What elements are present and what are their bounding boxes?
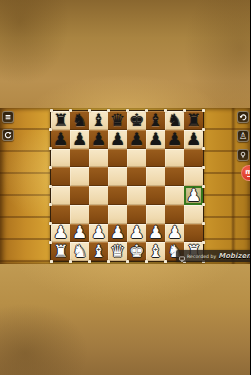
square-g4[interactable] bbox=[165, 186, 184, 205]
black-pawn-g7: ♟ bbox=[167, 130, 182, 147]
square-d3[interactable] bbox=[108, 205, 127, 224]
white-pawn-a2: ♟ bbox=[53, 224, 68, 241]
square-e4[interactable] bbox=[127, 186, 146, 205]
black-pawn-h7: ♟ bbox=[186, 130, 201, 147]
menu-icon bbox=[4, 113, 12, 121]
square-f7[interactable]: ♟ bbox=[146, 130, 165, 149]
board-edge-dot bbox=[202, 147, 205, 150]
letterbox-blur-bottom bbox=[0, 264, 250, 375]
white-queen-d1: ♛ bbox=[110, 243, 125, 260]
square-e2[interactable]: ♟ bbox=[127, 224, 146, 243]
recorder-badge-underline bbox=[247, 176, 251, 177]
board-edge-dot bbox=[126, 109, 129, 112]
undo-button[interactable] bbox=[237, 111, 249, 123]
square-f6[interactable] bbox=[146, 149, 165, 168]
board-edge-dot bbox=[49, 241, 52, 244]
white-pawn-b2: ♟ bbox=[72, 224, 87, 241]
square-a7[interactable]: ♟ bbox=[51, 130, 70, 149]
square-d2[interactable]: ♟ bbox=[108, 224, 127, 243]
square-e3[interactable] bbox=[127, 205, 146, 224]
black-rook-a8: ♜ bbox=[53, 111, 68, 128]
board-edge-dot bbox=[145, 109, 148, 112]
letterbox-blur-top bbox=[0, 0, 250, 108]
board-edge-dot bbox=[49, 166, 52, 169]
square-d7[interactable]: ♟ bbox=[108, 130, 127, 149]
white-pawn-f2: ♟ bbox=[148, 224, 163, 241]
white-pawn-c2: ♟ bbox=[91, 224, 106, 241]
pawn-icon: ♙ bbox=[239, 131, 247, 140]
square-b4[interactable] bbox=[70, 186, 89, 205]
board-edge-dot bbox=[145, 260, 148, 263]
square-c6[interactable] bbox=[89, 149, 108, 168]
square-f3[interactable] bbox=[146, 205, 165, 224]
board-edge-dot bbox=[50, 260, 53, 263]
square-a2[interactable]: ♟ bbox=[51, 224, 70, 243]
hint-button[interactable] bbox=[237, 149, 249, 161]
board-edge-dot bbox=[126, 260, 129, 263]
square-b1[interactable]: ♞ bbox=[70, 242, 89, 261]
square-d5[interactable] bbox=[108, 167, 127, 186]
square-a6[interactable] bbox=[51, 149, 70, 168]
square-d8[interactable]: ♛ bbox=[108, 111, 127, 130]
square-h3[interactable] bbox=[184, 205, 203, 224]
menu-button[interactable] bbox=[2, 111, 14, 123]
watermark-logo-text: Mobizen bbox=[218, 253, 250, 260]
black-bishop-f8: ♝ bbox=[148, 111, 163, 128]
square-h5[interactable] bbox=[184, 167, 203, 186]
board-edge-dot bbox=[49, 185, 52, 188]
square-e1[interactable]: ♚ bbox=[127, 242, 146, 261]
undo-icon bbox=[239, 113, 247, 121]
board-edge-dot bbox=[50, 109, 53, 112]
square-e5[interactable] bbox=[127, 167, 146, 186]
square-b2[interactable]: ♟ bbox=[70, 224, 89, 243]
square-a5[interactable] bbox=[51, 167, 70, 186]
square-h2[interactable] bbox=[184, 224, 203, 243]
square-c7[interactable]: ♟ bbox=[89, 130, 108, 149]
square-b3[interactable] bbox=[70, 205, 89, 224]
square-a1[interactable]: ♜ bbox=[51, 242, 70, 261]
square-f1[interactable]: ♝ bbox=[146, 242, 165, 261]
square-g3[interactable] bbox=[165, 205, 184, 224]
white-bishop-c1: ♝ bbox=[91, 243, 106, 260]
white-knight-b1: ♞ bbox=[72, 243, 87, 260]
white-rook-a1: ♜ bbox=[53, 243, 68, 260]
restart-button[interactable] bbox=[2, 129, 14, 141]
white-pawn-g2: ♟ bbox=[167, 224, 182, 241]
watermark-prefix-text: Recorded by bbox=[187, 254, 216, 259]
piece-set-button[interactable]: ♙ bbox=[237, 130, 249, 142]
square-c5[interactable] bbox=[89, 167, 108, 186]
square-g2[interactable]: ♟ bbox=[165, 224, 184, 243]
square-g5[interactable] bbox=[165, 167, 184, 186]
square-b6[interactable] bbox=[70, 149, 89, 168]
chess-app-screenshot: ♜♞♝♛♚♝♞♜♟♟♟♟♟♟♟♟♟♟♟♟♟♟♟♟♜♞♝♛♚♝♞♜ bbox=[0, 0, 250, 375]
black-king-e8: ♚ bbox=[129, 111, 144, 128]
square-c2[interactable]: ♟ bbox=[89, 224, 108, 243]
board-edge-dot bbox=[183, 109, 186, 112]
black-pawn-e7: ♟ bbox=[129, 130, 144, 147]
square-a3[interactable] bbox=[51, 205, 70, 224]
white-pawn-e2: ♟ bbox=[129, 224, 144, 241]
board-edge-dot bbox=[88, 260, 91, 263]
square-d6[interactable] bbox=[108, 149, 127, 168]
board-edge-dot bbox=[202, 203, 205, 206]
screen-recorder-icon bbox=[179, 247, 185, 265]
white-pawn-h4: ♟ bbox=[186, 186, 201, 203]
black-pawn-f7: ♟ bbox=[148, 130, 163, 147]
white-bishop-f1: ♝ bbox=[148, 243, 163, 260]
board-edge-dot bbox=[49, 222, 52, 225]
square-h4[interactable]: ♟ bbox=[184, 186, 203, 205]
board-edge-dot bbox=[164, 260, 167, 263]
square-e7[interactable]: ♟ bbox=[127, 130, 146, 149]
square-g6[interactable] bbox=[165, 149, 184, 168]
square-b5[interactable] bbox=[70, 167, 89, 186]
square-e8[interactable]: ♚ bbox=[127, 111, 146, 130]
square-f8[interactable]: ♝ bbox=[146, 111, 165, 130]
board-edge-dot bbox=[202, 166, 205, 169]
recorder-badge-letter: m bbox=[245, 169, 250, 176]
black-pawn-c7: ♟ bbox=[91, 130, 106, 147]
square-c4[interactable] bbox=[89, 186, 108, 205]
black-rook-h8: ♜ bbox=[186, 111, 201, 128]
recorder-watermark: Recorded by Mobizen bbox=[176, 250, 250, 262]
square-c1[interactable]: ♝ bbox=[89, 242, 108, 261]
black-pawn-a7: ♟ bbox=[53, 130, 68, 147]
black-knight-b8: ♞ bbox=[72, 111, 87, 128]
board-edge-dot bbox=[49, 147, 52, 150]
right-toolbar: ♙ bbox=[237, 111, 249, 161]
black-queen-d8: ♛ bbox=[110, 111, 125, 128]
lightbulb-icon bbox=[239, 151, 247, 159]
board-edge-dot bbox=[202, 109, 205, 112]
square-b8[interactable]: ♞ bbox=[70, 111, 89, 130]
square-f5[interactable] bbox=[146, 167, 165, 186]
square-d1[interactable]: ♛ bbox=[108, 242, 127, 261]
board-edge-dot bbox=[69, 109, 72, 112]
square-h6[interactable] bbox=[184, 149, 203, 168]
board-edge-dot bbox=[49, 128, 52, 131]
square-c3[interactable] bbox=[89, 205, 108, 224]
square-h7[interactable]: ♟ bbox=[184, 130, 203, 149]
square-h8[interactable]: ♜ bbox=[184, 111, 203, 130]
square-c8[interactable]: ♝ bbox=[89, 111, 108, 130]
square-d4[interactable] bbox=[108, 186, 127, 205]
square-a8[interactable]: ♜ bbox=[51, 111, 70, 130]
recorder-floating-badge[interactable]: m bbox=[241, 165, 250, 181]
board-edge-dot bbox=[202, 222, 205, 225]
board-edge-dot bbox=[69, 260, 72, 263]
square-a4[interactable] bbox=[51, 186, 70, 205]
square-f2[interactable]: ♟ bbox=[146, 224, 165, 243]
board-edge-dot bbox=[107, 260, 110, 263]
black-pawn-d7: ♟ bbox=[110, 130, 125, 147]
board-edge-dot bbox=[107, 109, 110, 112]
black-bishop-c8: ♝ bbox=[91, 111, 106, 128]
board-edge-dot bbox=[202, 241, 205, 244]
board-edge-dot bbox=[49, 203, 52, 206]
board-edge-dot bbox=[202, 128, 205, 131]
square-g7[interactable]: ♟ bbox=[165, 130, 184, 149]
board-edge-dot bbox=[88, 109, 91, 112]
game-stage: ♜♞♝♛♚♝♞♜♟♟♟♟♟♟♟♟♟♟♟♟♟♟♟♟♜♞♝♛♚♝♞♜ bbox=[0, 108, 250, 264]
black-knight-g8: ♞ bbox=[167, 111, 182, 128]
board-edge-dot bbox=[164, 109, 167, 112]
square-f4[interactable] bbox=[146, 186, 165, 205]
square-g8[interactable]: ♞ bbox=[165, 111, 184, 130]
chess-board[interactable]: ♜♞♝♛♚♝♞♜♟♟♟♟♟♟♟♟♟♟♟♟♟♟♟♟♜♞♝♛♚♝♞♜ bbox=[50, 110, 204, 262]
left-toolbar bbox=[2, 111, 14, 141]
square-e6[interactable] bbox=[127, 149, 146, 168]
restart-icon bbox=[4, 131, 12, 139]
board-edge-dot bbox=[202, 185, 205, 188]
white-king-e1: ♚ bbox=[129, 243, 144, 260]
square-b7[interactable]: ♟ bbox=[70, 130, 89, 149]
white-pawn-d2: ♟ bbox=[110, 224, 125, 241]
black-pawn-b7: ♟ bbox=[72, 130, 87, 147]
